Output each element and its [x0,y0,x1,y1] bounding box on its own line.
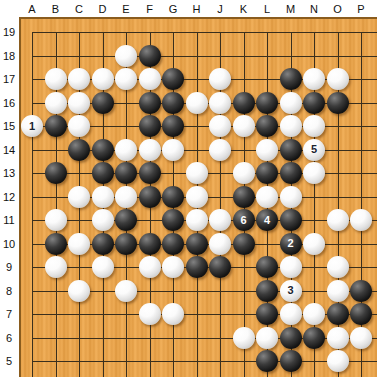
white-stone-N17 [303,68,325,90]
white-stone-K6 [233,327,255,349]
row-label-12: 12 [0,189,18,205]
row-label-5: 5 [0,353,18,369]
white-stone-F7 [139,303,161,325]
black-stone-F16 [139,92,161,114]
white-stone-E12 [115,186,137,208]
white-stone-C16 [68,92,90,114]
white-stone-E17 [115,68,137,90]
column-label-C: C [70,1,88,17]
white-stone-E8 [115,280,137,302]
column-label-L: L [258,1,276,17]
white-stone-E18 [115,45,137,67]
black-stone-D16 [92,92,114,114]
grid-line-horizontal [32,56,377,57]
white-stone-N10 [303,233,325,255]
white-stone-H11 [186,209,208,231]
black-stone-N6 [303,327,325,349]
black-stone-F18 [139,45,161,67]
black-stone-N16 [303,92,325,114]
black-stone-P7 [350,303,372,325]
black-stone-D10 [92,233,114,255]
white-stone-N15 [303,115,325,137]
white-stone-F17 [139,68,161,90]
row-label-14: 14 [0,142,18,158]
black-stone-L15 [256,115,278,137]
black-stone-K10 [233,233,255,255]
white-stone-G9 [162,256,184,278]
white-stone-O17 [327,68,349,90]
column-label-A: A [23,1,41,17]
black-stone-L13 [256,162,278,184]
black-stone-B10 [45,233,67,255]
black-stone-G16 [162,92,184,114]
grid-line-vertical [361,32,362,377]
grid-line-horizontal [32,338,377,339]
row-label-17: 17 [0,71,18,87]
white-stone-J14 [209,139,231,161]
black-stone-G10 [162,233,184,255]
black-stone-E10 [115,233,137,255]
grid-line-horizontal [32,314,377,315]
white-stone-F9 [139,256,161,278]
white-stone-J10 [209,233,231,255]
column-label-B: B [47,1,65,17]
white-stone-N13 [303,162,325,184]
column-label-F: F [141,1,159,17]
white-stone-C8 [68,280,90,302]
white-stone-O11 [327,209,349,231]
column-label-K: K [235,1,253,17]
white-stone-K13 [233,162,255,184]
black-stone-D14 [92,139,114,161]
column-label-O: O [329,1,347,17]
column-label-N: N [305,1,323,17]
white-stone-J15 [209,115,231,137]
go-app-window: ABCDEFGHJKLMNOP1918171615141312111098765… [0,0,377,377]
black-stone-O16 [327,92,349,114]
black-stone-L11: 4 [256,209,278,231]
black-stone-F15 [139,115,161,137]
column-label-M: M [282,1,300,17]
black-stone-B15 [45,115,67,137]
white-stone-A15: 1 [21,115,43,137]
white-stone-B16 [45,92,67,114]
black-stone-M14 [280,139,302,161]
black-stone-K12 [233,186,255,208]
white-stone-M12 [280,186,302,208]
black-stone-B13 [45,162,67,184]
row-label-6: 6 [0,330,18,346]
white-stone-H12 [186,186,208,208]
white-stone-O5 [327,350,349,372]
white-stone-P6 [350,327,372,349]
column-label-G: G [164,1,182,17]
white-stone-J16 [209,92,231,114]
black-stone-K16 [233,92,255,114]
white-stone-C10 [68,233,90,255]
white-stone-D17 [92,68,114,90]
row-label-8: 8 [0,283,18,299]
black-stone-D13 [92,162,114,184]
row-label-16: 16 [0,95,18,111]
black-stone-H9 [186,256,208,278]
white-stone-N7 [303,303,325,325]
move-number-label: 4 [264,215,270,226]
row-label-13: 13 [0,165,18,181]
white-stone-C17 [68,68,90,90]
black-stone-M11 [280,209,302,231]
white-stone-J11 [209,209,231,231]
column-label-P: P [352,1,370,17]
white-stone-O6 [327,327,349,349]
black-stone-F12 [139,186,161,208]
white-stone-B17 [45,68,67,90]
black-stone-L16 [256,92,278,114]
row-label-15: 15 [0,118,18,134]
black-stone-F13 [139,162,161,184]
white-stone-F14 [139,139,161,161]
black-stone-G12 [162,186,184,208]
white-stone-M15 [280,115,302,137]
black-stone-L8 [256,280,278,302]
black-stone-L7 [256,303,278,325]
black-stone-M13 [280,162,302,184]
white-stone-K15 [233,115,255,137]
black-stone-G11 [162,209,184,231]
white-stone-E14 [115,139,137,161]
white-stone-G14 [162,139,184,161]
black-stone-L5 [256,350,278,372]
white-stone-M8: 3 [280,280,302,302]
move-number-label: 5 [311,144,317,155]
move-number-label: 3 [287,285,293,296]
white-stone-M7 [280,303,302,325]
white-stone-H13 [186,162,208,184]
black-stone-O7 [327,303,349,325]
white-stone-H16 [186,92,208,114]
black-stone-K11: 6 [233,209,255,231]
row-label-18: 18 [0,48,18,64]
black-stone-M17 [280,68,302,90]
white-stone-L12 [256,186,278,208]
white-stone-L14 [256,139,278,161]
row-label-9: 9 [0,259,18,275]
white-stone-D12 [92,186,114,208]
white-stone-L6 [256,327,278,349]
column-label-H: H [188,1,206,17]
white-stone-O9 [327,256,349,278]
white-stone-D9 [92,256,114,278]
white-stone-D11 [92,209,114,231]
black-stone-M6 [280,327,302,349]
column-label-D: D [94,1,112,17]
white-stone-B9 [45,256,67,278]
grid-line-vertical [32,32,33,377]
column-label-E: E [117,1,135,17]
white-stone-C12 [68,186,90,208]
move-number-label: 1 [29,121,35,132]
grid-line-horizontal [32,361,377,362]
move-number-label: 6 [240,215,246,226]
white-stone-M9 [280,256,302,278]
black-stone-M10: 2 [280,233,302,255]
grid-line-horizontal [32,32,377,33]
row-label-7: 7 [0,306,18,322]
black-stone-E11 [115,209,137,231]
white-stone-B11 [45,209,67,231]
move-number-label: 2 [287,238,293,249]
row-label-10: 10 [0,236,18,252]
white-stone-J17 [209,68,231,90]
black-stone-H10 [186,233,208,255]
black-stone-C14 [68,139,90,161]
white-stone-P11 [350,209,372,231]
black-stone-M5 [280,350,302,372]
black-stone-L9 [256,256,278,278]
black-stone-F10 [139,233,161,255]
black-stone-G15 [162,115,184,137]
white-stone-N14: 5 [303,139,325,161]
black-stone-G17 [162,68,184,90]
column-label-J: J [211,1,229,17]
white-stone-C15 [68,115,90,137]
white-stone-M16 [280,92,302,114]
black-stone-P8 [350,280,372,302]
row-label-11: 11 [0,212,18,228]
row-label-19: 19 [0,24,18,40]
black-stone-E13 [115,162,137,184]
white-stone-O8 [327,280,349,302]
white-stone-G7 [162,303,184,325]
black-stone-J9 [209,256,231,278]
